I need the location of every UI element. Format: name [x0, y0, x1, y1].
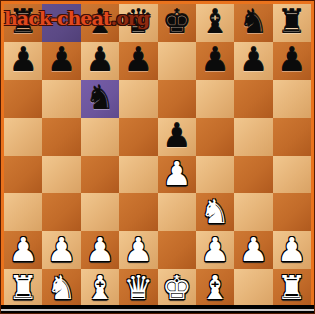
square-b3[interactable]: [42, 193, 80, 231]
square-c7[interactable]: ♟: [81, 42, 119, 80]
piece-white-rook: ♜: [277, 271, 307, 304]
piece-white-pawn: ♟: [277, 233, 307, 266]
piece-white-pawn: ♟: [200, 233, 230, 266]
square-f2[interactable]: ♟: [196, 231, 234, 269]
piece-white-queen: ♛: [124, 271, 154, 304]
square-h8[interactable]: ♜: [273, 4, 311, 42]
square-e5[interactable]: ♟: [158, 118, 196, 156]
square-d4[interactable]: [119, 156, 157, 194]
chess-board: ♜♝♛♚♝♞♜♟♟♟♟♟♟♟♞♟♟♞♟♟♟♟♟♟♟♜♞♝♛♚♝♜: [4, 4, 311, 307]
piece-black-knight: ♞: [239, 5, 269, 38]
square-d7[interactable]: ♟: [119, 42, 157, 80]
square-g7[interactable]: ♟: [234, 42, 272, 80]
square-d5[interactable]: [119, 118, 157, 156]
piece-black-pawn: ♟: [162, 119, 192, 152]
square-e7[interactable]: [158, 42, 196, 80]
square-h5[interactable]: [273, 118, 311, 156]
square-c2[interactable]: ♟: [81, 231, 119, 269]
piece-black-rook: ♜: [8, 5, 38, 38]
square-h4[interactable]: [273, 156, 311, 194]
piece-black-pawn: ♟: [47, 43, 77, 76]
square-b2[interactable]: ♟: [42, 231, 80, 269]
square-h2[interactable]: ♟: [273, 231, 311, 269]
square-a3[interactable]: [4, 193, 42, 231]
square-d1[interactable]: ♛: [119, 269, 157, 307]
square-a8[interactable]: ♜: [4, 4, 42, 42]
piece-black-rook: ♜: [277, 5, 307, 38]
piece-white-rook: ♜: [8, 271, 38, 304]
square-b4[interactable]: [42, 156, 80, 194]
bottom-edge-band: [1, 305, 314, 313]
square-a1[interactable]: ♜: [4, 269, 42, 307]
square-g1[interactable]: [234, 269, 272, 307]
square-g5[interactable]: [234, 118, 272, 156]
piece-black-bishop: ♝: [85, 5, 115, 38]
piece-white-pawn: ♟: [124, 233, 154, 266]
piece-black-bishop: ♝: [200, 5, 230, 38]
piece-white-knight: ♞: [47, 271, 77, 304]
piece-white-king: ♚: [162, 271, 192, 304]
piece-white-pawn: ♟: [47, 233, 77, 266]
piece-white-pawn: ♟: [85, 233, 115, 266]
square-d2[interactable]: ♟: [119, 231, 157, 269]
piece-white-pawn: ♟: [8, 233, 38, 266]
piece-white-pawn: ♟: [239, 233, 269, 266]
piece-white-pawn: ♟: [162, 157, 192, 190]
square-d8[interactable]: ♛: [119, 4, 157, 42]
square-g8[interactable]: ♞: [234, 4, 272, 42]
piece-white-knight: ♞: [200, 195, 230, 228]
piece-black-pawn: ♟: [8, 43, 38, 76]
square-c1[interactable]: ♝: [81, 269, 119, 307]
square-d3[interactable]: [119, 193, 157, 231]
square-b7[interactable]: ♟: [42, 42, 80, 80]
square-e8[interactable]: ♚: [158, 4, 196, 42]
piece-white-bishop: ♝: [200, 271, 230, 304]
square-c3[interactable]: [81, 193, 119, 231]
square-f6[interactable]: [196, 80, 234, 118]
piece-black-pawn: ♟: [85, 43, 115, 76]
square-g2[interactable]: ♟: [234, 231, 272, 269]
square-g3[interactable]: [234, 193, 272, 231]
piece-black-king: ♚: [162, 5, 192, 38]
square-a4[interactable]: [4, 156, 42, 194]
square-b8[interactable]: [42, 4, 80, 42]
piece-white-bishop: ♝: [85, 271, 115, 304]
square-f5[interactable]: [196, 118, 234, 156]
square-e6[interactable]: [158, 80, 196, 118]
square-g6[interactable]: [234, 80, 272, 118]
piece-black-knight: ♞: [85, 81, 115, 114]
square-b6[interactable]: [42, 80, 80, 118]
square-g4[interactable]: [234, 156, 272, 194]
square-f7[interactable]: ♟: [196, 42, 234, 80]
square-c4[interactable]: [81, 156, 119, 194]
square-b5[interactable]: [42, 118, 80, 156]
piece-black-pawn: ♟: [277, 43, 307, 76]
square-e2[interactable]: [158, 231, 196, 269]
piece-black-pawn: ♟: [239, 43, 269, 76]
piece-black-pawn: ♟: [200, 43, 230, 76]
square-e1[interactable]: ♚: [158, 269, 196, 307]
square-f4[interactable]: [196, 156, 234, 194]
square-d6[interactable]: [119, 80, 157, 118]
square-f3[interactable]: ♞: [196, 193, 234, 231]
square-c6[interactable]: ♞: [81, 80, 119, 118]
square-a6[interactable]: [4, 80, 42, 118]
square-h7[interactable]: ♟: [273, 42, 311, 80]
square-e3[interactable]: [158, 193, 196, 231]
piece-black-pawn: ♟: [124, 43, 154, 76]
square-b1[interactable]: ♞: [42, 269, 80, 307]
square-e4[interactable]: ♟: [158, 156, 196, 194]
piece-black-queen: ♛: [124, 5, 154, 38]
square-c8[interactable]: ♝: [81, 4, 119, 42]
square-h6[interactable]: [273, 80, 311, 118]
square-c5[interactable]: [81, 118, 119, 156]
board-frame: hack-cheat.org ♜♝♛♚♝♞♜♟♟♟♟♟♟♟♞♟♟♞♟♟♟♟♟♟♟…: [0, 0, 315, 314]
square-a7[interactable]: ♟: [4, 42, 42, 80]
square-a2[interactable]: ♟: [4, 231, 42, 269]
square-h1[interactable]: ♜: [273, 269, 311, 307]
square-f1[interactable]: ♝: [196, 269, 234, 307]
square-a5[interactable]: [4, 118, 42, 156]
square-h3[interactable]: [273, 193, 311, 231]
square-f8[interactable]: ♝: [196, 4, 234, 42]
